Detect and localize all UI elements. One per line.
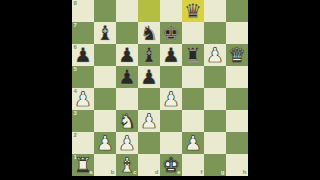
file-label-d: d [155,169,159,176]
piece-black-pawn[interactable]: ♟ [116,66,138,88]
square-d7[interactable]: ♞ [138,22,160,44]
square-h3[interactable] [226,110,248,132]
square-g1[interactable]: g [204,154,226,176]
square-c8[interactable] [116,0,138,22]
square-b5[interactable] [94,66,116,88]
piece-white-pawn[interactable]: ♟ [138,110,160,132]
square-a2[interactable]: 2 [72,132,94,154]
piece-black-pawn[interactable]: ♟ [160,44,182,66]
square-a6[interactable]: 6♟ [72,44,94,66]
file-label-f: f [201,169,203,176]
piece-white-pawn[interactable]: ♟ [116,132,138,154]
rank-label-2: 2 [74,132,77,139]
piece-white-pawn[interactable]: ♟ [94,132,116,154]
piece-white-pawn[interactable]: ♟ [72,88,94,110]
square-f6[interactable]: ♜ [182,44,204,66]
square-d5[interactable]: ♟ [138,66,160,88]
square-b6[interactable] [94,44,116,66]
square-d1[interactable]: d [138,154,160,176]
square-c3[interactable]: ♞ [116,110,138,132]
square-h2[interactable] [226,132,248,154]
piece-black-bishop[interactable]: ♝ [138,44,160,66]
square-e3[interactable] [160,110,182,132]
square-f1[interactable]: f [182,154,204,176]
square-b7[interactable]: ♝ [94,22,116,44]
square-e5[interactable] [160,66,182,88]
rank-label-5: 5 [74,66,77,73]
square-a7[interactable]: 7 [72,22,94,44]
square-a4[interactable]: 4♟ [72,88,94,110]
piece-black-knight[interactable]: ♞ [138,22,160,44]
file-label-b: b [111,169,115,176]
square-g5[interactable] [204,66,226,88]
square-c5[interactable]: ♟ [116,66,138,88]
square-e1[interactable]: e♚ [160,154,182,176]
square-h8[interactable] [226,0,248,22]
square-g4[interactable] [204,88,226,110]
square-b2[interactable]: ♟ [94,132,116,154]
square-a8[interactable]: 8 [72,0,94,22]
square-c2[interactable]: ♟ [116,132,138,154]
square-c7[interactable] [116,22,138,44]
square-b8[interactable] [94,0,116,22]
square-b1[interactable]: b [94,154,116,176]
square-g6[interactable]: ♟ [204,44,226,66]
piece-white-pawn[interactable]: ♟ [182,132,204,154]
square-h5[interactable] [226,66,248,88]
square-g7[interactable] [204,22,226,44]
square-f8[interactable]: ♛ [182,0,204,22]
file-label-h: h [243,169,247,176]
square-f4[interactable] [182,88,204,110]
piece-black-bishop[interactable]: ♝ [94,22,116,44]
square-a1[interactable]: 1a♜ [72,154,94,176]
square-d8[interactable] [138,0,160,22]
square-c6[interactable]: ♟ [116,44,138,66]
square-e4[interactable]: ♟ [160,88,182,110]
square-a3[interactable]: 3 [72,110,94,132]
square-e7[interactable]: ♚ [160,22,182,44]
piece-black-rook[interactable]: ♜ [182,44,204,66]
square-d4[interactable] [138,88,160,110]
rank-label-8: 8 [74,0,77,7]
piece-white-pawn[interactable]: ♟ [204,44,226,66]
square-d3[interactable]: ♟ [138,110,160,132]
square-a5[interactable]: 5 [72,66,94,88]
piece-black-queen[interactable]: ♛ [182,0,204,22]
square-g8[interactable] [204,0,226,22]
square-d6[interactable]: ♝ [138,44,160,66]
piece-black-pawn[interactable]: ♟ [72,44,94,66]
square-b4[interactable] [94,88,116,110]
square-e8[interactable] [160,0,182,22]
square-h6[interactable]: ♛ [226,44,248,66]
letterboxed-video-frame: 8♛7♝♞♚6♟♟♝♟♜♟♛5♟♟4♟♟3♞♟2♟♟♟1a♜bc♝de♚fgh [0,0,320,180]
rank-label-3: 3 [74,110,77,117]
square-f5[interactable] [182,66,204,88]
piece-white-bishop[interactable]: ♝ [116,154,138,176]
square-e2[interactable] [160,132,182,154]
square-d2[interactable] [138,132,160,154]
square-g2[interactable] [204,132,226,154]
piece-white-rook[interactable]: ♜ [72,154,94,176]
square-h4[interactable] [226,88,248,110]
rank-label-7: 7 [74,22,77,29]
piece-white-pawn[interactable]: ♟ [160,88,182,110]
square-f3[interactable] [182,110,204,132]
square-h7[interactable] [226,22,248,44]
square-c1[interactable]: c♝ [116,154,138,176]
square-g3[interactable] [204,110,226,132]
chess-board: 8♛7♝♞♚6♟♟♝♟♜♟♛5♟♟4♟♟3♞♟2♟♟♟1a♜bc♝de♚fgh [72,0,248,176]
square-f7[interactable] [182,22,204,44]
piece-white-knight[interactable]: ♞ [116,110,138,132]
piece-white-king[interactable]: ♚ [160,154,182,176]
piece-black-king[interactable]: ♚ [160,22,182,44]
square-e6[interactable]: ♟ [160,44,182,66]
square-b3[interactable] [94,110,116,132]
square-h1[interactable]: h [226,154,248,176]
piece-black-pawn[interactable]: ♟ [138,66,160,88]
square-c4[interactable] [116,88,138,110]
square-f2[interactable]: ♟ [182,132,204,154]
file-label-g: g [221,169,225,176]
piece-black-pawn[interactable]: ♟ [116,44,138,66]
piece-white-queen[interactable]: ♛ [226,44,248,66]
